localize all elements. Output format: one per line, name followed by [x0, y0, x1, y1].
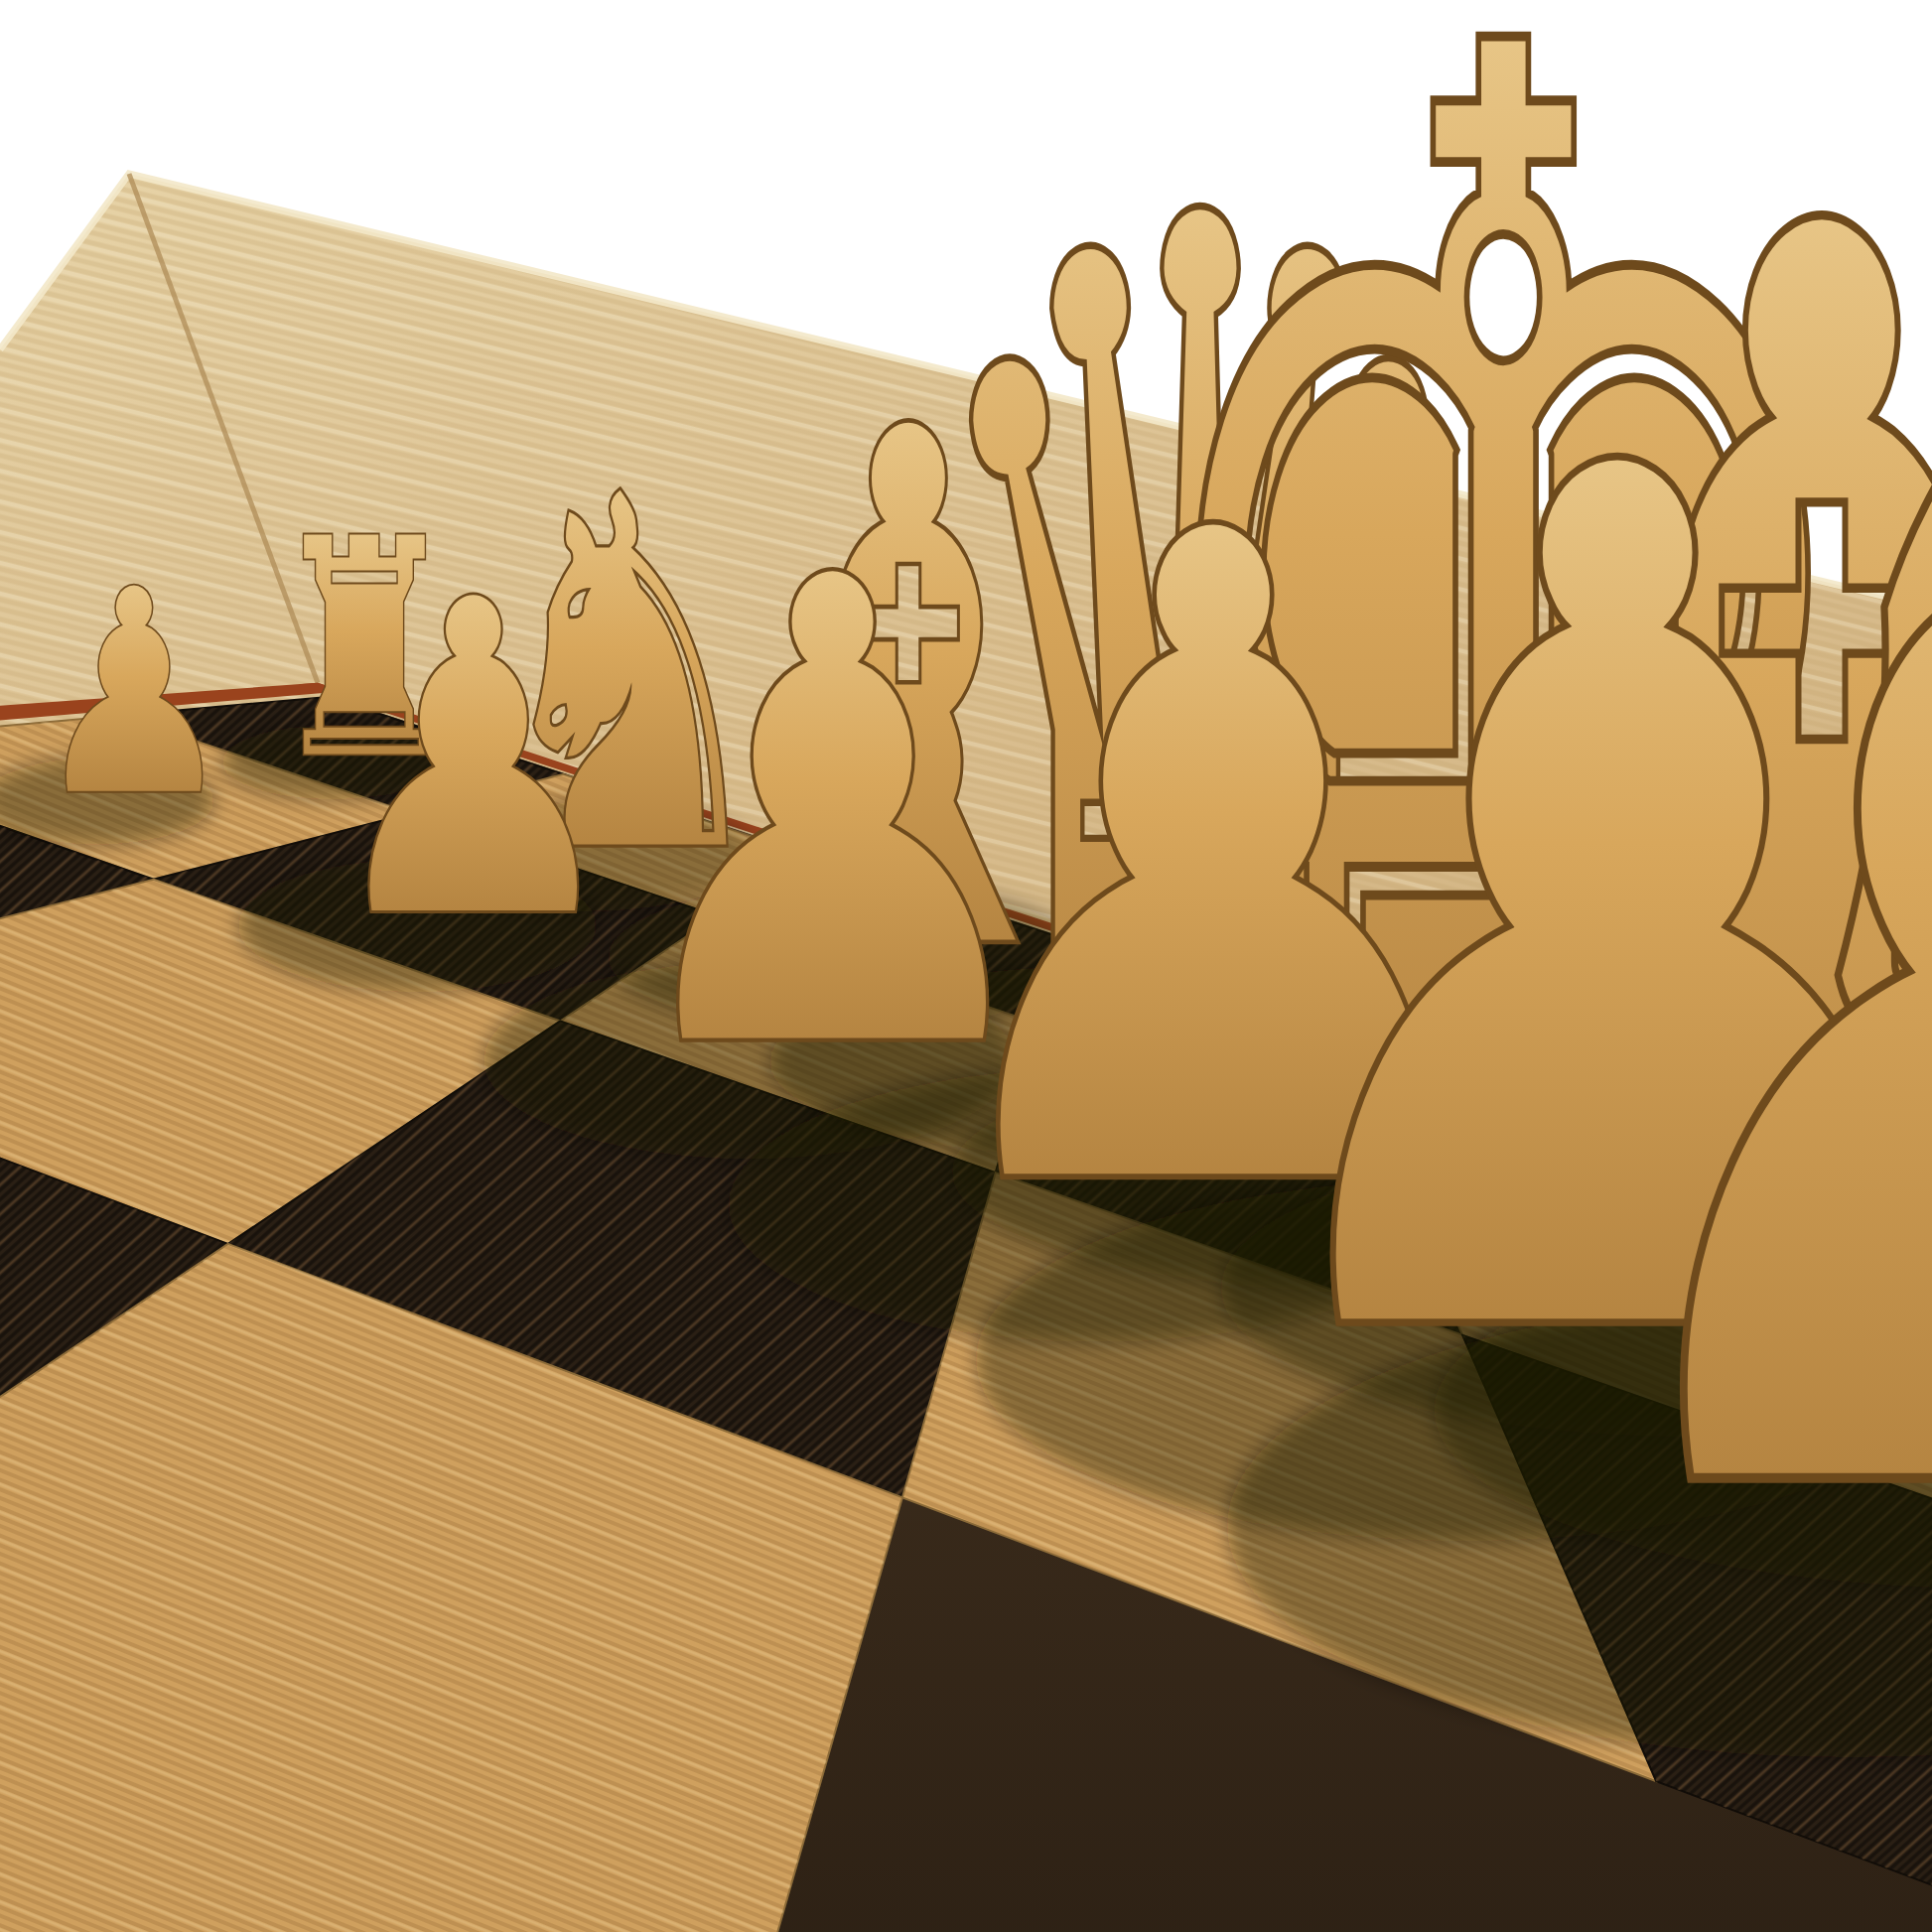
piece-white-pawn-f2: ♟: [1509, 77, 1932, 1826]
chess-board-photo-canvas: ♜♟♞♟♝♟♛♚♟♝♟♞♟: [0, 0, 1932, 1932]
piece-white-pawn-b2: ♟: [319, 509, 628, 1013]
chess-set-product-photo: ♜♟♞♟♝♟♛♚♟♝♟♞♟: [0, 0, 1932, 1932]
piece-white-pawn-a2: ♟: [33, 530, 234, 858]
